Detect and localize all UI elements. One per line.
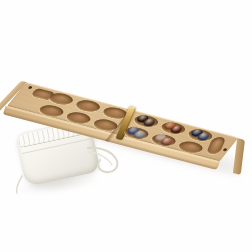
product-photo-scene <box>0 0 252 252</box>
latch-hole-right <box>222 148 227 151</box>
latch-hole-left <box>28 86 33 89</box>
